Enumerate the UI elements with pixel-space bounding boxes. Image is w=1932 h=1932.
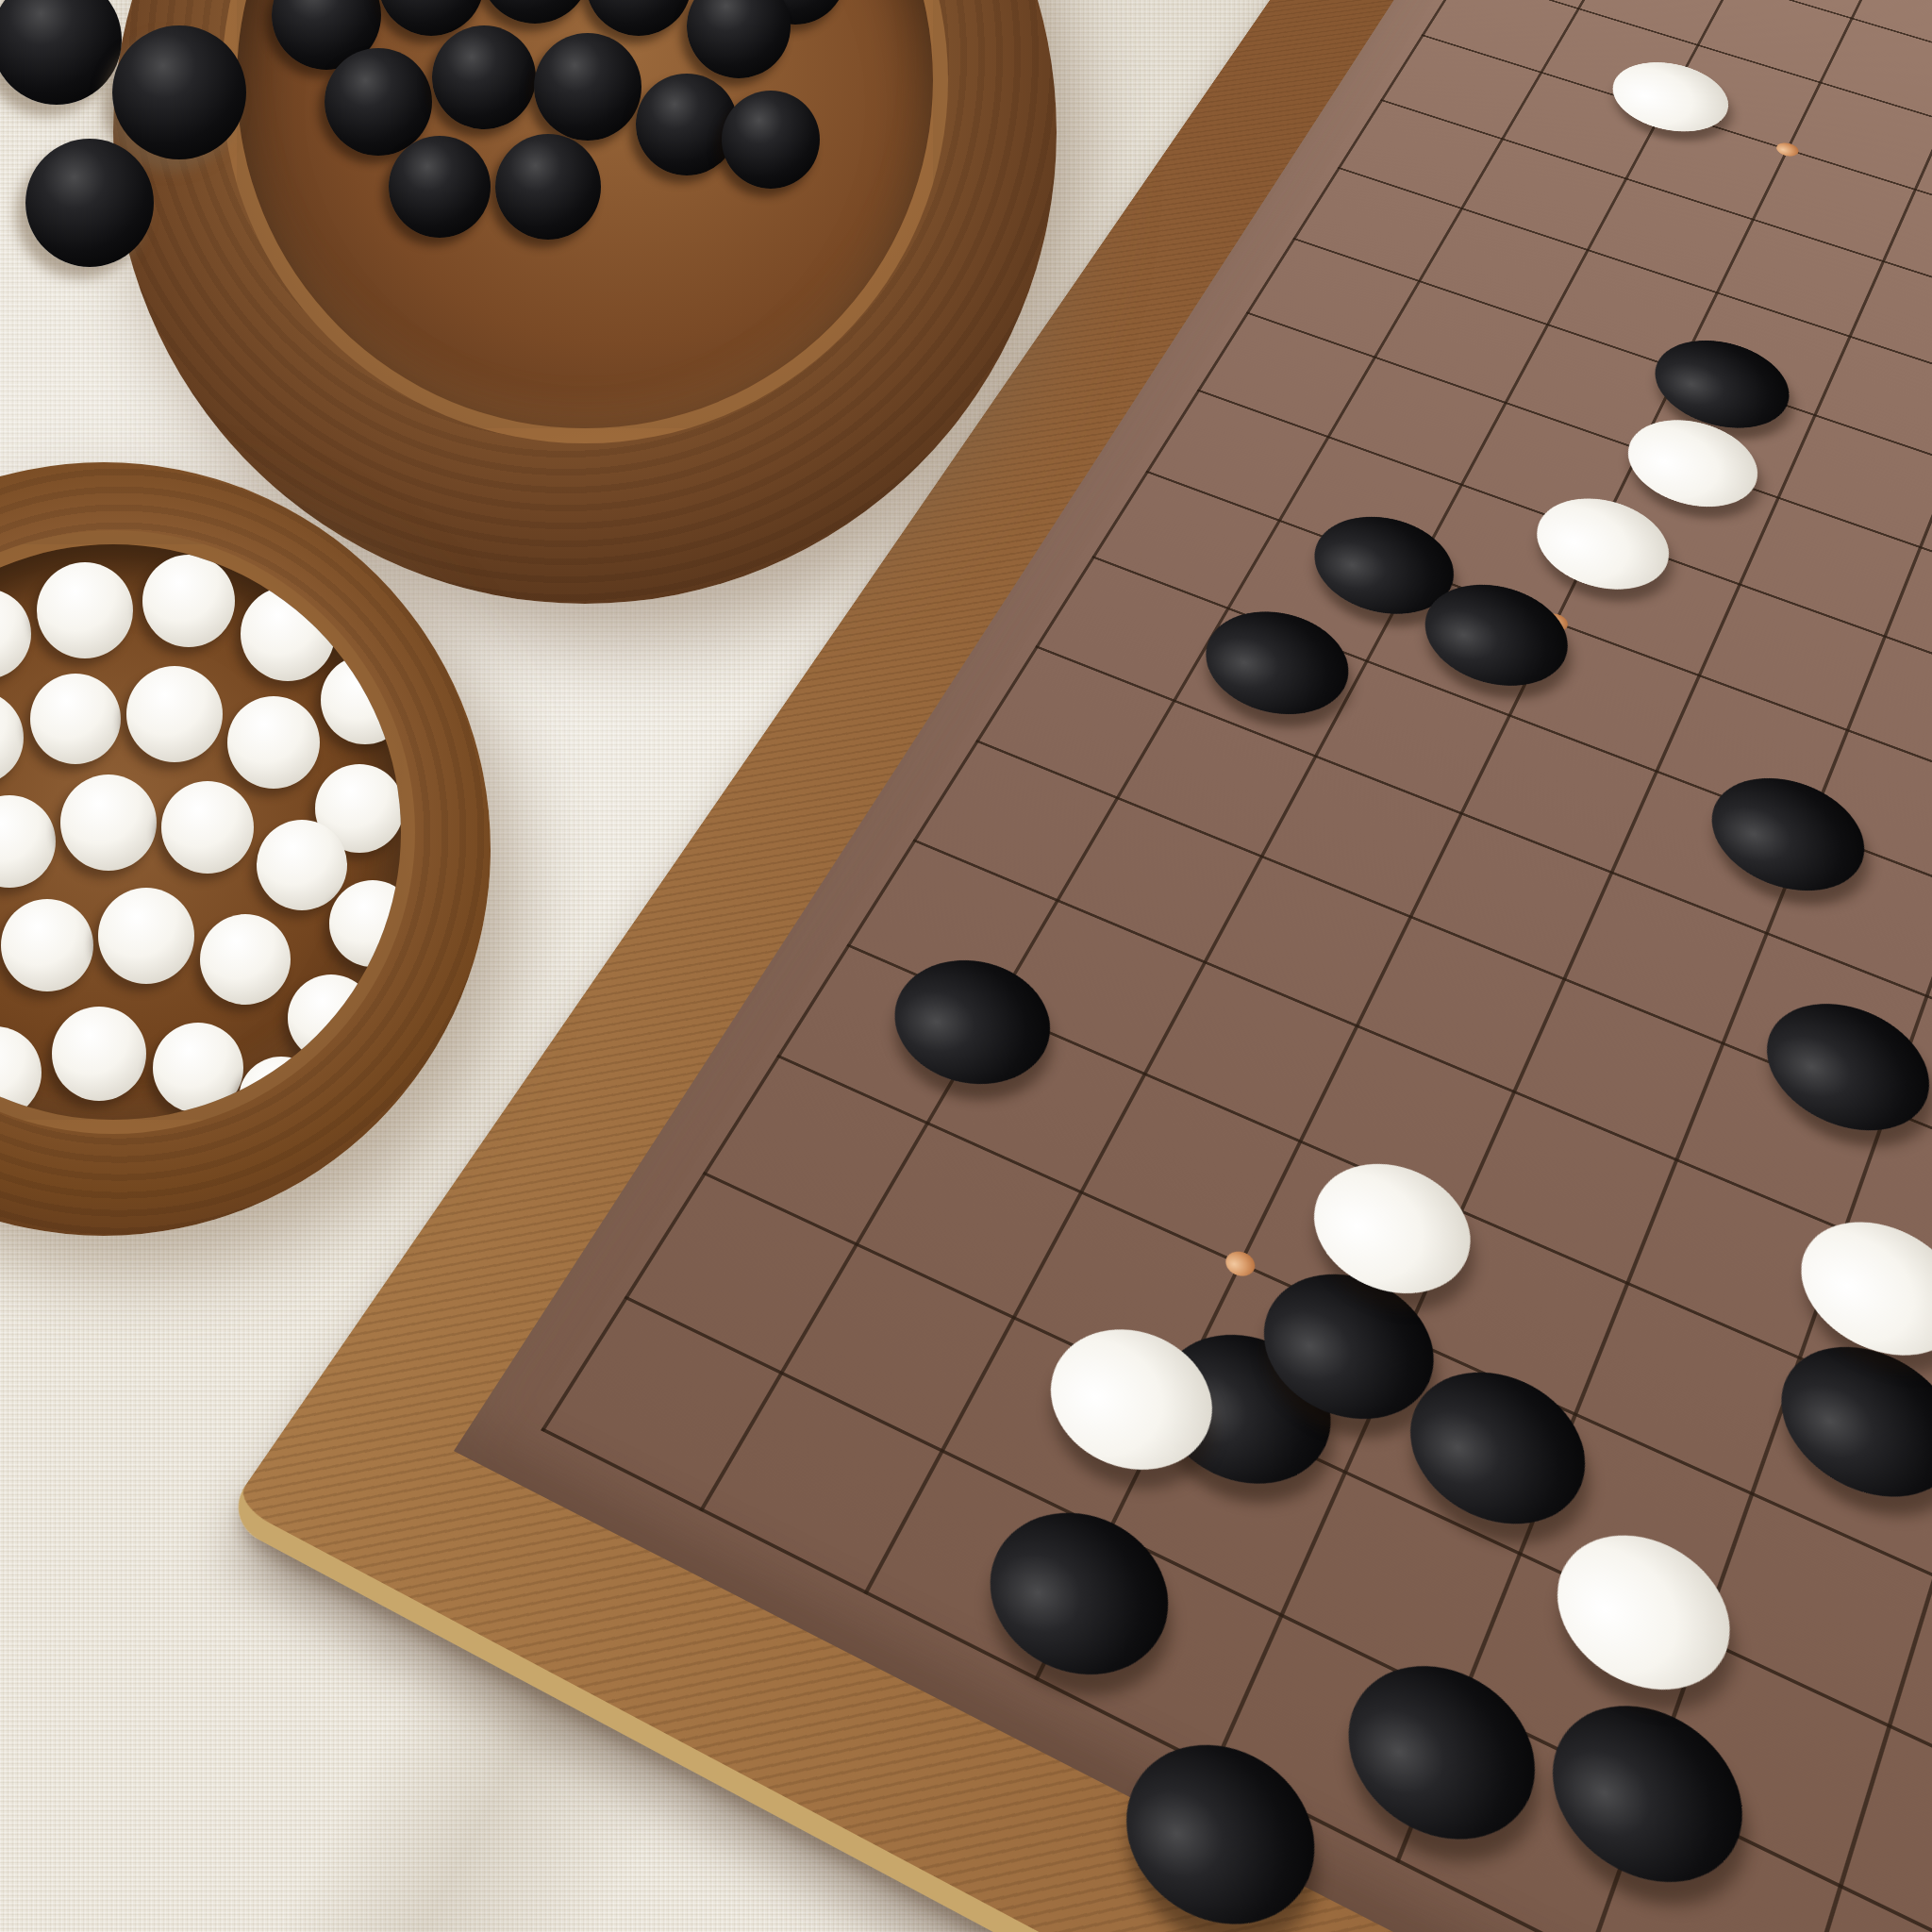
star-point [1222,1247,1259,1280]
black-stone[interactable] [1098,1713,1341,1932]
loose-black-stone[interactable] [112,25,246,159]
white-bowl-stone[interactable] [142,555,235,647]
black-stone[interactable] [1528,1675,1764,1916]
white-stone[interactable] [1536,1508,1750,1719]
black-stone[interactable] [1694,758,1881,912]
white-bowl-stone[interactable] [0,795,56,888]
white-bowl-stone[interactable] [321,656,409,744]
white-bowl-stone[interactable] [288,974,375,1061]
white-bowl-stone[interactable] [98,888,194,984]
black-bowl-stone[interactable] [687,0,791,78]
white-bowl-stone[interactable] [239,1057,324,1134]
white-bowl-stone[interactable] [257,820,347,910]
white-bowl-stone[interactable] [227,696,320,789]
black-bowl-stone[interactable] [722,91,820,189]
loose-stones [0,0,377,377]
white-bowl-stone[interactable] [0,589,31,679]
white-stone-bowl[interactable] [0,462,491,1236]
black-stone[interactable] [1185,593,1368,734]
white-bowl-stone[interactable] [30,674,121,764]
white-stone[interactable] [1598,50,1741,144]
white-bowl-stone[interactable] [0,1026,42,1119]
loose-black-stone[interactable] [25,139,154,267]
black-stone[interactable] [1749,981,1932,1154]
star-point [1774,141,1802,158]
loose-black-stone[interactable] [0,0,122,105]
white-bowl-stone[interactable] [52,1007,146,1101]
white-stone[interactable] [1520,482,1685,606]
black-stone[interactable] [1323,1636,1558,1873]
white-bowl-stone[interactable] [0,691,24,785]
white-bowl-stone[interactable] [153,1023,243,1113]
white-bowl-stone[interactable] [161,781,254,874]
black-bowl-stone[interactable] [479,0,591,24]
white-bowl-stone[interactable] [329,880,415,967]
black-stone[interactable] [961,1485,1194,1706]
black-bowl-stone[interactable] [636,74,738,175]
white-bowl-stone[interactable] [200,914,291,1005]
white-bowl-stone[interactable] [1,899,93,991]
white-bowl-stone[interactable] [241,587,335,681]
black-bowl-stone[interactable] [534,33,641,141]
scene [0,0,1932,1932]
white-stone-bowl-opening[interactable] [0,530,415,1134]
white-bowl-stone[interactable] [37,562,133,658]
white-bowl-stone[interactable] [126,666,223,762]
black-bowl-stone[interactable] [495,134,601,240]
black-bowl-stone[interactable] [586,0,691,36]
white-bowl-stone[interactable] [60,774,157,871]
black-bowl-stone[interactable] [389,136,491,238]
black-stone[interactable] [869,939,1074,1108]
black-bowl-stone[interactable] [432,25,536,129]
